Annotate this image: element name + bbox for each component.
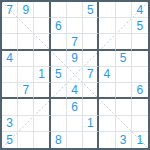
cell-r5c6[interactable]: 7 bbox=[83, 67, 99, 83]
cell-r9c8[interactable]: 3 bbox=[116, 132, 132, 148]
cell-r8c2[interactable] bbox=[18, 116, 34, 132]
cell-r5c4[interactable]: 5 bbox=[51, 67, 67, 83]
cell-r7c5[interactable]: 6 bbox=[67, 99, 83, 115]
cell-r1c5[interactable] bbox=[67, 2, 83, 18]
cell-r2c6[interactable] bbox=[83, 18, 99, 34]
cell-r4c7[interactable] bbox=[99, 51, 115, 67]
cell-r4c9[interactable] bbox=[132, 51, 148, 67]
cell-r5c1[interactable] bbox=[2, 67, 18, 83]
cell-r4c1[interactable]: 4 bbox=[2, 51, 18, 67]
cell-r6c3[interactable] bbox=[34, 83, 50, 99]
cell-r3c7[interactable] bbox=[99, 34, 115, 50]
cell-r9c2[interactable] bbox=[18, 132, 34, 148]
cell-r9c5[interactable] bbox=[67, 132, 83, 148]
cell-r4c2[interactable] bbox=[18, 51, 34, 67]
cell-r6c2[interactable]: 7 bbox=[18, 83, 34, 99]
cell-r6c1[interactable] bbox=[2, 83, 18, 99]
cell-r5c8[interactable] bbox=[116, 67, 132, 83]
cell-r2c1[interactable] bbox=[2, 18, 18, 34]
sudoku-board: 795465749515747466315831 bbox=[0, 0, 150, 150]
cell-r6c9[interactable]: 6 bbox=[132, 83, 148, 99]
cell-r5c9[interactable] bbox=[132, 67, 148, 83]
cell-r3c4[interactable] bbox=[51, 34, 67, 50]
cell-r6c4[interactable] bbox=[51, 83, 67, 99]
cell-r9c6[interactable] bbox=[83, 132, 99, 148]
cell-r1c9[interactable]: 4 bbox=[132, 2, 148, 18]
cell-r2c3[interactable] bbox=[34, 18, 50, 34]
cell-r7c4[interactable] bbox=[51, 99, 67, 115]
cell-r8c3[interactable] bbox=[34, 116, 50, 132]
cell-r8c7[interactable] bbox=[99, 116, 115, 132]
cell-r2c8[interactable] bbox=[116, 18, 132, 34]
cell-r6c8[interactable] bbox=[116, 83, 132, 99]
cell-r2c9[interactable]: 5 bbox=[132, 18, 148, 34]
cell-r7c8[interactable] bbox=[116, 99, 132, 115]
cell-r8c8[interactable] bbox=[116, 116, 132, 132]
cell-r9c7[interactable] bbox=[99, 132, 115, 148]
cell-r8c4[interactable] bbox=[51, 116, 67, 132]
cell-r6c7[interactable] bbox=[99, 83, 115, 99]
cell-r9c3[interactable] bbox=[34, 132, 50, 148]
cell-r1c1[interactable]: 7 bbox=[2, 2, 18, 18]
cell-r7c3[interactable] bbox=[34, 99, 50, 115]
cell-r3c9[interactable] bbox=[132, 34, 148, 50]
cell-r2c5[interactable] bbox=[67, 18, 83, 34]
cell-r3c2[interactable] bbox=[18, 34, 34, 50]
cell-r7c7[interactable] bbox=[99, 99, 115, 115]
cell-r8c1[interactable]: 3 bbox=[2, 116, 18, 132]
cell-r4c6[interactable] bbox=[83, 51, 99, 67]
cell-r9c1[interactable]: 5 bbox=[2, 132, 18, 148]
cell-r9c4[interactable]: 8 bbox=[51, 132, 67, 148]
cell-r4c3[interactable] bbox=[34, 51, 50, 67]
cell-r9c9[interactable]: 1 bbox=[132, 132, 148, 148]
cell-r7c9[interactable] bbox=[132, 99, 148, 115]
cell-r1c8[interactable] bbox=[116, 2, 132, 18]
cell-r6c6[interactable] bbox=[83, 83, 99, 99]
cell-r7c2[interactable] bbox=[18, 99, 34, 115]
cell-r5c5[interactable] bbox=[67, 67, 83, 83]
cell-r4c8[interactable]: 5 bbox=[116, 51, 132, 67]
cell-r5c2[interactable] bbox=[18, 67, 34, 83]
cell-r8c5[interactable] bbox=[67, 116, 83, 132]
cell-r2c7[interactable] bbox=[99, 18, 115, 34]
cell-r3c8[interactable] bbox=[116, 34, 132, 50]
cell-r8c9[interactable] bbox=[132, 116, 148, 132]
cell-r1c3[interactable] bbox=[34, 2, 50, 18]
cell-r5c3[interactable]: 1 bbox=[34, 67, 50, 83]
cell-r6c5[interactable]: 4 bbox=[67, 83, 83, 99]
cell-r1c6[interactable]: 5 bbox=[83, 2, 99, 18]
cell-r2c2[interactable] bbox=[18, 18, 34, 34]
cell-r3c1[interactable] bbox=[2, 34, 18, 50]
cell-r1c4[interactable] bbox=[51, 2, 67, 18]
cell-r3c5[interactable]: 7 bbox=[67, 34, 83, 50]
cell-r4c5[interactable]: 9 bbox=[67, 51, 83, 67]
cell-r1c7[interactable] bbox=[99, 2, 115, 18]
cell-r4c4[interactable] bbox=[51, 51, 67, 67]
cell-r2c4[interactable]: 6 bbox=[51, 18, 67, 34]
sudoku-grid: 795465749515747466315831 bbox=[2, 2, 148, 148]
cell-r7c1[interactable] bbox=[2, 99, 18, 115]
cell-r8c6[interactable]: 1 bbox=[83, 116, 99, 132]
cell-r1c2[interactable]: 9 bbox=[18, 2, 34, 18]
cell-r5c7[interactable]: 4 bbox=[99, 67, 115, 83]
cell-r7c6[interactable] bbox=[83, 99, 99, 115]
cell-r3c3[interactable] bbox=[34, 34, 50, 50]
cell-r3c6[interactable] bbox=[83, 34, 99, 50]
